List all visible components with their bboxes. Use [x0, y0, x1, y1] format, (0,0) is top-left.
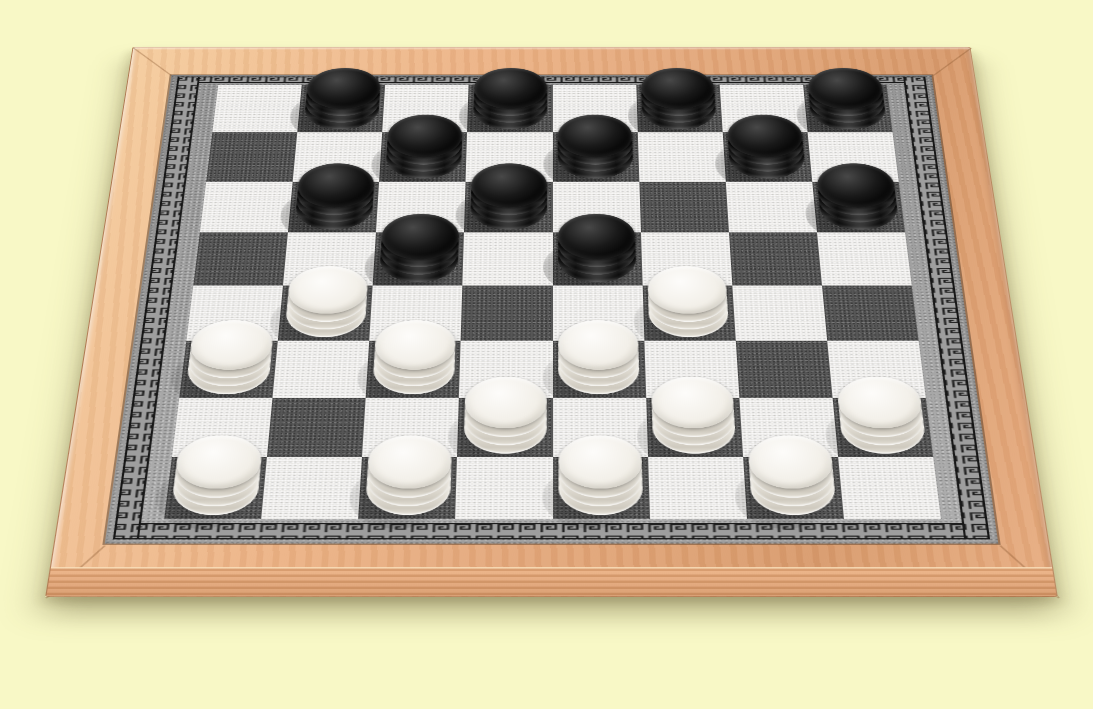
square-r8c2 — [261, 457, 362, 519]
white-piece[interactable] — [171, 461, 261, 515]
greek-key-band-bottom — [114, 524, 989, 539]
black-piece[interactable] — [558, 135, 634, 178]
square-r1c8[interactable] — [803, 85, 892, 133]
square-r6c3[interactable] — [366, 341, 461, 398]
square-r1c2[interactable] — [297, 85, 385, 133]
square-r4c1[interactable] — [193, 233, 288, 286]
frame-front-face — [46, 567, 1056, 596]
square-r2c3[interactable] — [379, 132, 467, 181]
square-r6c1[interactable] — [179, 341, 278, 398]
square-r3c7 — [726, 181, 817, 232]
white-piece[interactable] — [648, 289, 730, 337]
black-piece[interactable] — [470, 184, 548, 229]
square-r7c2[interactable] — [267, 398, 366, 457]
square-r8c1[interactable] — [164, 457, 267, 519]
square-r6c5[interactable] — [553, 341, 646, 398]
piece-layer-cap — [558, 435, 643, 489]
piece-layer-cap — [647, 266, 728, 314]
square-r8c6 — [648, 457, 747, 519]
square-r3c4[interactable] — [464, 181, 552, 232]
square-r2c1[interactable] — [206, 132, 297, 181]
black-piece[interactable] — [303, 87, 380, 129]
black-piece[interactable] — [294, 184, 374, 229]
square-r2c6 — [637, 132, 725, 181]
square-r3c1 — [200, 181, 293, 232]
wooden-frame — [45, 47, 1058, 597]
white-piece[interactable] — [838, 401, 927, 453]
piece-layer-cap — [464, 377, 547, 428]
square-r5c2[interactable] — [278, 286, 373, 341]
board-surface — [105, 75, 999, 543]
squares-grid — [164, 85, 941, 519]
square-r8c8 — [838, 457, 941, 519]
square-r5c6[interactable] — [642, 286, 735, 341]
black-piece[interactable] — [385, 135, 462, 178]
white-piece[interactable] — [558, 461, 643, 515]
square-r5c4[interactable] — [461, 286, 553, 341]
photo-stage — [0, 0, 1093, 709]
black-piece[interactable] — [378, 236, 458, 283]
square-r3c6[interactable] — [639, 181, 729, 232]
black-piece[interactable] — [641, 87, 717, 129]
white-piece[interactable] — [372, 344, 456, 394]
piece-layer-cap — [473, 68, 547, 109]
square-r2c5[interactable] — [552, 132, 639, 181]
square-r7c6[interactable] — [646, 398, 743, 457]
miter-joint-top-left — [133, 48, 173, 76]
white-piece[interactable] — [463, 401, 547, 453]
piece-layer-cap — [640, 68, 716, 109]
miter-joint-top-right — [933, 48, 973, 76]
white-piece[interactable] — [652, 401, 737, 453]
piece-layer-cap — [558, 115, 634, 158]
white-piece[interactable] — [364, 461, 451, 515]
square-r8c5[interactable] — [553, 457, 650, 519]
square-r1c6[interactable] — [636, 85, 723, 133]
square-r1c1 — [212, 85, 301, 133]
square-r1c4[interactable] — [467, 85, 552, 133]
piece-layer-cap — [558, 320, 639, 369]
black-piece[interactable] — [558, 236, 637, 283]
black-piece[interactable] — [728, 135, 807, 178]
square-r5c7 — [732, 286, 827, 341]
white-piece[interactable] — [558, 344, 640, 394]
square-r2c7[interactable] — [722, 132, 812, 181]
square-r4c3[interactable] — [373, 233, 464, 286]
white-piece[interactable] — [284, 289, 368, 337]
white-piece[interactable] — [749, 461, 838, 515]
square-r3c2[interactable] — [288, 181, 379, 232]
checkers-board — [45, 47, 1058, 597]
square-r8c3[interactable] — [358, 457, 457, 519]
black-piece[interactable] — [473, 87, 548, 129]
black-piece[interactable] — [808, 87, 887, 129]
square-r4c5[interactable] — [552, 233, 642, 286]
square-r4c4 — [463, 233, 553, 286]
square-r7c4[interactable] — [457, 398, 552, 457]
square-r8c4 — [455, 457, 552, 519]
square-r5c8[interactable] — [822, 286, 919, 341]
piece-layer-cap — [558, 214, 636, 260]
piece-layer-cap — [470, 163, 547, 207]
black-piece[interactable] — [818, 184, 900, 229]
square-r6c2 — [273, 341, 370, 398]
square-r6c7[interactable] — [736, 341, 833, 398]
square-r4c7[interactable] — [729, 233, 822, 286]
square-r8c7[interactable] — [743, 457, 844, 519]
square-r4c8 — [817, 233, 912, 286]
white-piece[interactable] — [185, 344, 272, 394]
square-r7c8[interactable] — [832, 398, 933, 457]
square-r3c8[interactable] — [812, 181, 905, 232]
